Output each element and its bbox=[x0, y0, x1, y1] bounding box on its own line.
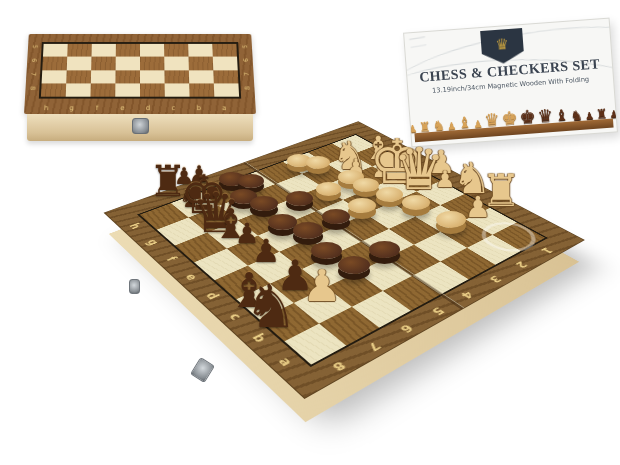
file-label: b bbox=[193, 104, 205, 112]
rank-label: 5 bbox=[241, 41, 249, 52]
closed-board-front-side bbox=[27, 114, 253, 141]
closed-board-square bbox=[189, 57, 214, 70]
closed-board-square bbox=[66, 70, 91, 83]
hinge-icon bbox=[129, 279, 140, 294]
file-label: e bbox=[179, 270, 202, 284]
file-label: b bbox=[246, 329, 272, 346]
file-label: f bbox=[160, 252, 183, 265]
closed-board-square bbox=[213, 57, 238, 70]
rank-label: 1 bbox=[535, 244, 558, 257]
file-label: h bbox=[124, 220, 145, 232]
closed-board-square bbox=[41, 83, 66, 96]
closed-board-square bbox=[66, 83, 91, 96]
file-label: a bbox=[218, 104, 230, 112]
closed-board-square bbox=[91, 57, 116, 70]
closed-board-square bbox=[212, 44, 237, 57]
file-label: g bbox=[142, 236, 164, 249]
closed-board-squares bbox=[39, 42, 241, 99]
file-label: c bbox=[222, 308, 247, 324]
file-label: c bbox=[167, 104, 179, 112]
rank-label: 3 bbox=[483, 273, 507, 287]
closed-board-square bbox=[115, 83, 140, 96]
file-label: h bbox=[40, 104, 52, 112]
closed-board-square bbox=[164, 70, 189, 83]
closed-board-square bbox=[42, 57, 67, 70]
file-label: d bbox=[200, 288, 224, 303]
closed-board-square bbox=[67, 44, 92, 57]
closed-board: 56785678hgfedcba bbox=[24, 28, 256, 141]
closed-board-square bbox=[189, 83, 214, 96]
closed-board-square bbox=[43, 44, 68, 57]
rank-label: 5 bbox=[31, 41, 39, 52]
board-squares bbox=[137, 134, 548, 367]
rank-label: 7 bbox=[243, 69, 251, 80]
closed-board-square bbox=[214, 83, 239, 96]
rank-label: 2 bbox=[510, 258, 534, 272]
file-label: g bbox=[66, 104, 78, 112]
closed-board-top: 56785678hgfedcba bbox=[24, 34, 256, 114]
crown-icon: ♛ bbox=[495, 37, 510, 53]
closed-board-square bbox=[165, 83, 190, 96]
file-label: e bbox=[117, 104, 129, 112]
closed-board-square bbox=[115, 70, 140, 83]
closed-board-square bbox=[213, 70, 238, 83]
faint-logo-mark bbox=[409, 36, 426, 48]
closed-board-square bbox=[164, 44, 188, 57]
closed-board-square bbox=[116, 57, 140, 70]
file-label: a bbox=[271, 352, 298, 371]
open-chess-board: hgfedcba87654321 bbox=[105, 122, 584, 398]
closed-board-square bbox=[42, 70, 67, 83]
rank-label: 8 bbox=[28, 83, 37, 94]
closed-board-square bbox=[189, 70, 214, 83]
rank-label: 6 bbox=[242, 55, 250, 66]
closed-board-square bbox=[140, 57, 164, 70]
rank-label: 6 bbox=[30, 55, 38, 66]
closed-board-square bbox=[116, 44, 140, 57]
closed-board-square bbox=[164, 57, 189, 70]
closed-board-square bbox=[91, 70, 116, 83]
file-label: f bbox=[91, 104, 103, 112]
rank-label: 6 bbox=[394, 320, 420, 337]
rank-label: 5 bbox=[425, 304, 451, 320]
closed-board-square bbox=[67, 57, 92, 70]
closed-board-square bbox=[90, 83, 115, 96]
closed-board-square bbox=[140, 70, 165, 83]
clasp-icon bbox=[132, 118, 149, 134]
file-label: d bbox=[142, 104, 154, 112]
rank-label: 7 bbox=[29, 69, 37, 80]
product-photo-stage: hgfedcba87654321 ♜♟♟♞♚♛♝♟♟♝♞♟♞♟♝♟♚♛♟♟♞♜♟… bbox=[0, 0, 620, 465]
product-box: ♛ CHESS & CHECKERS SET 13.19inch/34cm Ma… bbox=[403, 18, 618, 148]
rank-label: 8 bbox=[243, 83, 252, 94]
closed-board-square bbox=[140, 83, 165, 96]
rank-label: 4 bbox=[455, 288, 480, 303]
closed-board-square bbox=[188, 44, 213, 57]
closed-board-square bbox=[140, 44, 164, 57]
closed-board-square bbox=[91, 44, 115, 57]
